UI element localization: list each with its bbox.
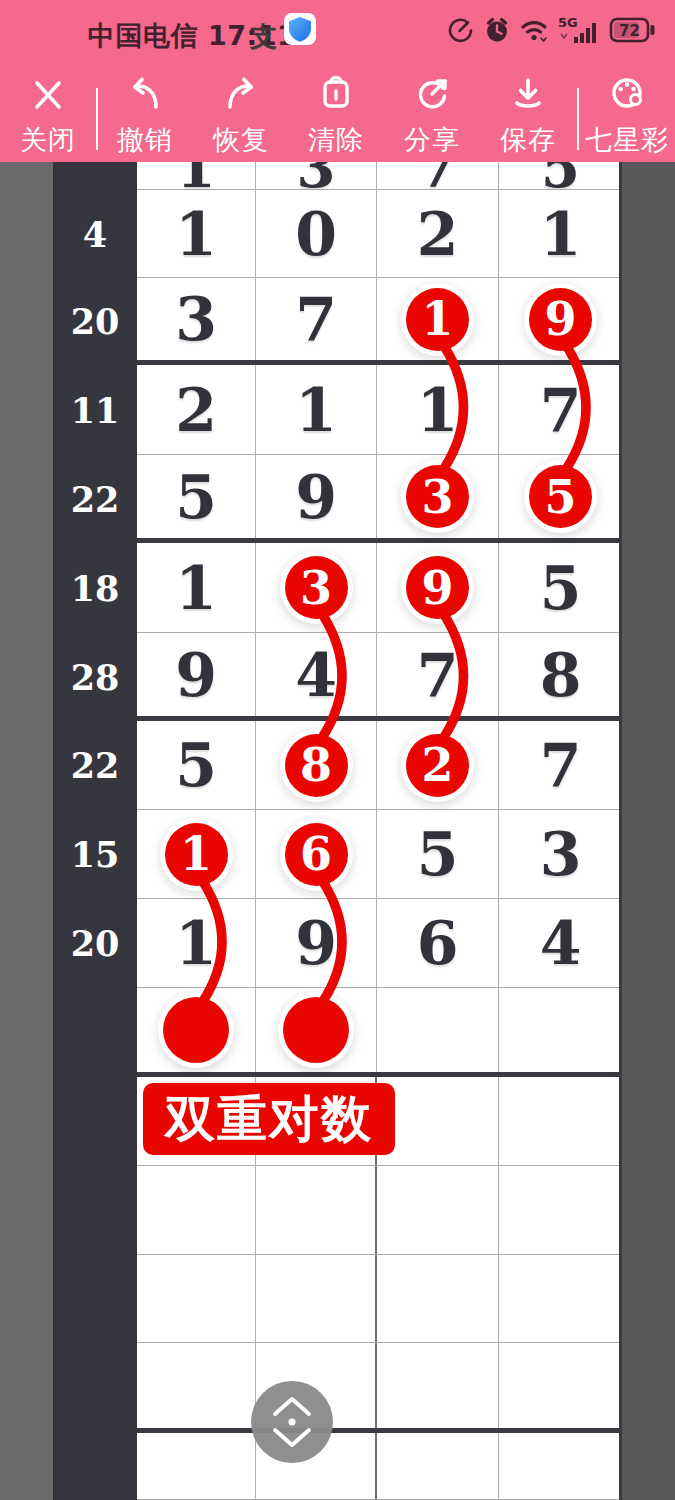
grid-cell[interactable]: 8 — [499, 633, 622, 716]
grid-cell[interactable] — [377, 1433, 499, 1499]
grid-cell[interactable]: 1 — [377, 365, 499, 454]
draw-digit: 2 — [175, 380, 217, 440]
grid-cell[interactable]: 1 — [137, 899, 256, 987]
draw-digit: 1 — [175, 913, 217, 973]
circled-digit: 1 — [421, 296, 453, 342]
draw-digit: 9 — [295, 467, 337, 527]
grid-cell[interactable] — [499, 1255, 622, 1342]
clear-label: 清除 — [288, 122, 384, 158]
row-sum-cell: 15 — [53, 810, 137, 899]
row-sum-label: 22 — [71, 479, 120, 520]
circled-digit: 2 — [421, 742, 453, 788]
redo-icon — [221, 72, 261, 116]
draw-digit: 7 — [417, 645, 459, 705]
circled-digit: 3 — [421, 474, 453, 520]
grid-cell[interactable] — [137, 1433, 256, 1499]
circled-number: 9 — [406, 556, 469, 619]
grid-cell[interactable]: 1 — [377, 278, 499, 360]
grid-cell[interactable]: 2 — [377, 721, 499, 809]
draw-digit: 5 — [175, 467, 217, 527]
row-sum-cell: 28 — [53, 633, 137, 721]
grid-cell[interactable]: 5 — [499, 543, 622, 632]
grid-cell[interactable]: 5 — [377, 810, 499, 898]
signal-5g-icon: 5G — [558, 14, 602, 46]
grid-cell[interactable] — [377, 1166, 499, 1254]
table-row: 9478 — [137, 633, 619, 721]
row-sum-cell: 11 — [53, 365, 137, 455]
close-label: 关闭 — [0, 122, 96, 158]
grid-cell[interactable] — [137, 1343, 256, 1428]
draw-digit: 1 — [137, 162, 255, 189]
row-sum-cell: 18 — [53, 543, 137, 633]
row-sum-label: 22 — [71, 745, 120, 786]
wifi-icon — [519, 15, 551, 45]
grid-cell[interactable]: 1 — [137, 543, 256, 632]
grid-cell[interactable]: 1 — [137, 190, 256, 277]
palette-icon — [607, 72, 647, 116]
share-icon — [412, 72, 452, 116]
grid-cell[interactable] — [499, 1077, 622, 1165]
draw-digit: 7 — [540, 380, 582, 440]
palette-button[interactable]: 七星彩 — [579, 72, 675, 158]
draw-digit: 1 — [540, 204, 582, 264]
table-row: 5935 — [137, 455, 619, 543]
grid-cell[interactable]: 7 — [377, 162, 499, 189]
draw-digit: 7 — [377, 162, 498, 189]
row-sum-cell — [53, 988, 137, 1077]
grid-cell[interactable]: 8 — [256, 721, 377, 809]
grid-cell[interactable]: 6 — [377, 899, 499, 987]
circled-number: 1 — [165, 823, 228, 886]
battery-percent-text: 72 — [619, 22, 640, 40]
grid-cell[interactable]: 9 — [377, 543, 499, 632]
grid-cell[interactable]: 9 — [137, 633, 256, 716]
table-row: 5827 — [137, 721, 619, 810]
circled-number: 1 — [406, 288, 469, 351]
redo-label: 恢复 — [193, 122, 289, 158]
draw-digit: 7 — [540, 735, 582, 795]
grid-cell[interactable]: 7 — [256, 278, 377, 360]
battery-icon: 72 — [609, 15, 657, 45]
circled-digit: 1 — [180, 831, 212, 877]
draw-digit: 2 — [417, 204, 459, 264]
grid-cell[interactable] — [377, 1077, 499, 1165]
circled-digit: 6 — [300, 831, 332, 877]
circled-number: 8 — [285, 734, 348, 797]
draw-digit: 6 — [417, 913, 459, 973]
table-row: 1021 — [137, 190, 619, 278]
row-sum-label: 20 — [71, 301, 120, 342]
grid-cell[interactable]: 3 — [256, 162, 377, 189]
row-sum-cell — [53, 1077, 137, 1166]
row-sum-label: 4 — [83, 214, 107, 255]
circled-digit: 5 — [544, 474, 576, 520]
grid-cell[interactable]: 3 — [499, 810, 622, 898]
circled-number: 6 — [285, 823, 348, 886]
row-sum-cell — [53, 1255, 137, 1343]
grid-cell[interactable]: 3 — [377, 455, 499, 538]
grid-cell[interactable] — [377, 1255, 499, 1342]
draw-digit: 5 — [540, 558, 582, 618]
grid-cell[interactable]: 7 — [377, 633, 499, 716]
draw-digit: 0 — [295, 204, 337, 264]
draw-digit: 5 — [175, 735, 217, 795]
annotation-banner-text: 双重对数 — [165, 1086, 373, 1153]
table-row — [137, 1433, 619, 1500]
marked-dot — [163, 997, 229, 1063]
table-row — [137, 1343, 619, 1433]
circled-digit: 8 — [300, 742, 332, 788]
table-row: 1653 — [137, 810, 619, 899]
grid-cell[interactable]: 6 — [256, 810, 377, 898]
circled-digit: 3 — [300, 565, 332, 611]
save-button[interactable]: 保存 — [480, 72, 576, 158]
row-sum-cell — [53, 1433, 137, 1500]
grid-cell[interactable]: 3 — [137, 278, 256, 360]
draw-digit: 5 — [499, 162, 622, 189]
draw-digit: 9 — [295, 913, 337, 973]
grid-cell[interactable]: 9 — [256, 455, 377, 538]
table-row: 2117 — [137, 365, 619, 455]
alarm-clock-icon — [482, 15, 512, 45]
grid-cell[interactable] — [377, 988, 499, 1072]
palette-label: 七星彩 — [579, 122, 675, 158]
circled-number: 9 — [529, 288, 592, 351]
grid-cell[interactable]: 5 — [499, 162, 622, 189]
draw-digit: 4 — [295, 645, 337, 705]
trash-icon — [316, 72, 356, 116]
circled-number: 5 — [529, 465, 592, 528]
row-sum-label: 18 — [71, 568, 120, 609]
grid-cell[interactable] — [499, 1433, 622, 1499]
grid-cell[interactable]: 9 — [499, 278, 622, 360]
grid-cell[interactable] — [499, 988, 622, 1072]
undo-label: 撤销 — [97, 122, 193, 158]
grid-cell[interactable] — [256, 1166, 377, 1254]
grid-cell[interactable] — [137, 988, 256, 1072]
grid-cell[interactable]: 1 — [137, 810, 256, 898]
data-saver-icon — [445, 15, 475, 45]
table-row — [137, 1166, 619, 1255]
grid-cell[interactable]: 5 — [137, 721, 256, 809]
table-row: 1375 — [137, 162, 619, 190]
grid-cell[interactable]: 9 — [256, 899, 377, 987]
annotation-banner: 双重对数 — [143, 1083, 395, 1155]
table-row — [137, 1255, 619, 1343]
grid-cell[interactable]: 5 — [499, 455, 622, 538]
right-gutter — [622, 162, 675, 1500]
save-label: 保存 — [480, 122, 576, 158]
draw-digit: 4 — [540, 913, 582, 973]
table-row: 1964 — [137, 899, 619, 988]
row-sum-cell — [53, 1166, 137, 1255]
chevron-up-icon — [275, 1399, 309, 1414]
grid-cell[interactable]: 1 — [137, 162, 256, 189]
status-bar: 中国电信 17:11 支 — [0, 0, 675, 56]
row-sum-cell: 22 — [53, 721, 137, 810]
grid-cell[interactable] — [256, 988, 377, 1072]
row-sum-label: 15 — [71, 834, 120, 875]
draw-digit: 9 — [175, 645, 217, 705]
circled-number: 3 — [285, 556, 348, 619]
draw-digit: 3 — [540, 824, 582, 884]
draw-digit: 5 — [417, 824, 459, 884]
row-sum-sidebar: 42011221828221520 — [53, 162, 137, 1500]
row-sum-label: 28 — [71, 657, 120, 698]
marked-dot — [283, 997, 349, 1063]
grid-cell[interactable]: 7 — [499, 721, 622, 809]
draw-digit: 1 — [175, 558, 217, 618]
grid-cell[interactable] — [137, 1255, 256, 1342]
row-sum-label: 20 — [71, 923, 120, 964]
number-grid[interactable]: 1375102137192117593513959478582716531964… — [137, 162, 622, 1500]
close-button[interactable]: 关闭 — [0, 72, 96, 158]
draw-digit: 3 — [256, 162, 376, 189]
grid-cell[interactable]: 2 — [137, 365, 256, 454]
row-sum-cell: 22 — [53, 455, 137, 543]
undo-icon — [125, 72, 165, 116]
circled-number: 2 — [406, 734, 469, 797]
app-header: 中国电信 17:11 支 — [0, 0, 675, 162]
row-sum-label: 11 — [71, 390, 120, 431]
draw-digit: 3 — [175, 289, 217, 349]
grid-cell[interactable]: 5 — [137, 455, 256, 538]
shield-icon — [284, 13, 316, 45]
grid-cell[interactable]: 1 — [256, 365, 377, 454]
grid-cell[interactable]: 0 — [256, 190, 377, 277]
table-row — [137, 988, 619, 1077]
close-icon — [28, 72, 68, 116]
table-row: 1395 — [137, 543, 619, 633]
row-sum-cell: 20 — [53, 278, 137, 365]
table-row: 3719 — [137, 278, 619, 365]
grid-cell[interactable]: 3 — [256, 543, 377, 632]
undo-button[interactable]: 撤销 — [97, 72, 193, 158]
draw-digit: 1 — [175, 204, 217, 264]
grid-cell[interactable]: 1 — [499, 190, 622, 277]
grid-cell[interactable] — [499, 1343, 622, 1428]
draw-digit: 8 — [540, 645, 582, 705]
dot-icon — [288, 1418, 295, 1425]
draw-digit: 1 — [417, 380, 459, 440]
row-sum-cell: 20 — [53, 899, 137, 988]
chevron-down-icon — [275, 1430, 309, 1445]
grid-cell[interactable] — [499, 1166, 622, 1254]
alipay-icon: 支 — [250, 19, 277, 55]
table-row: 双重对数 — [137, 1077, 619, 1166]
row-sum-cell — [53, 1343, 137, 1433]
svg-text:5G: 5G — [558, 15, 578, 30]
circled-number: 3 — [406, 465, 469, 528]
clear-button[interactable]: 清除 — [288, 72, 384, 158]
grid-cell[interactable] — [377, 1343, 499, 1428]
grid-cell[interactable] — [137, 1166, 256, 1254]
row-sum-cell — [53, 162, 137, 190]
circled-digit: 9 — [544, 296, 576, 342]
left-gutter — [0, 162, 53, 1500]
grid-cell[interactable]: 2 — [377, 190, 499, 277]
download-icon — [508, 72, 548, 116]
scroll-toggle-button[interactable] — [251, 1381, 333, 1463]
circled-digit: 9 — [421, 565, 453, 611]
grid-cell[interactable]: 4 — [499, 899, 622, 987]
redo-button[interactable]: 恢复 — [193, 72, 289, 158]
grid-cell[interactable]: 4 — [256, 633, 377, 716]
share-button[interactable]: 分享 — [384, 72, 480, 158]
draw-digit: 7 — [295, 289, 337, 349]
grid-cell[interactable] — [256, 1255, 377, 1342]
grid-cell[interactable]: 7 — [499, 365, 622, 454]
draw-digit: 1 — [295, 380, 337, 440]
row-sum-cell: 4 — [53, 190, 137, 278]
share-label: 分享 — [384, 122, 480, 158]
